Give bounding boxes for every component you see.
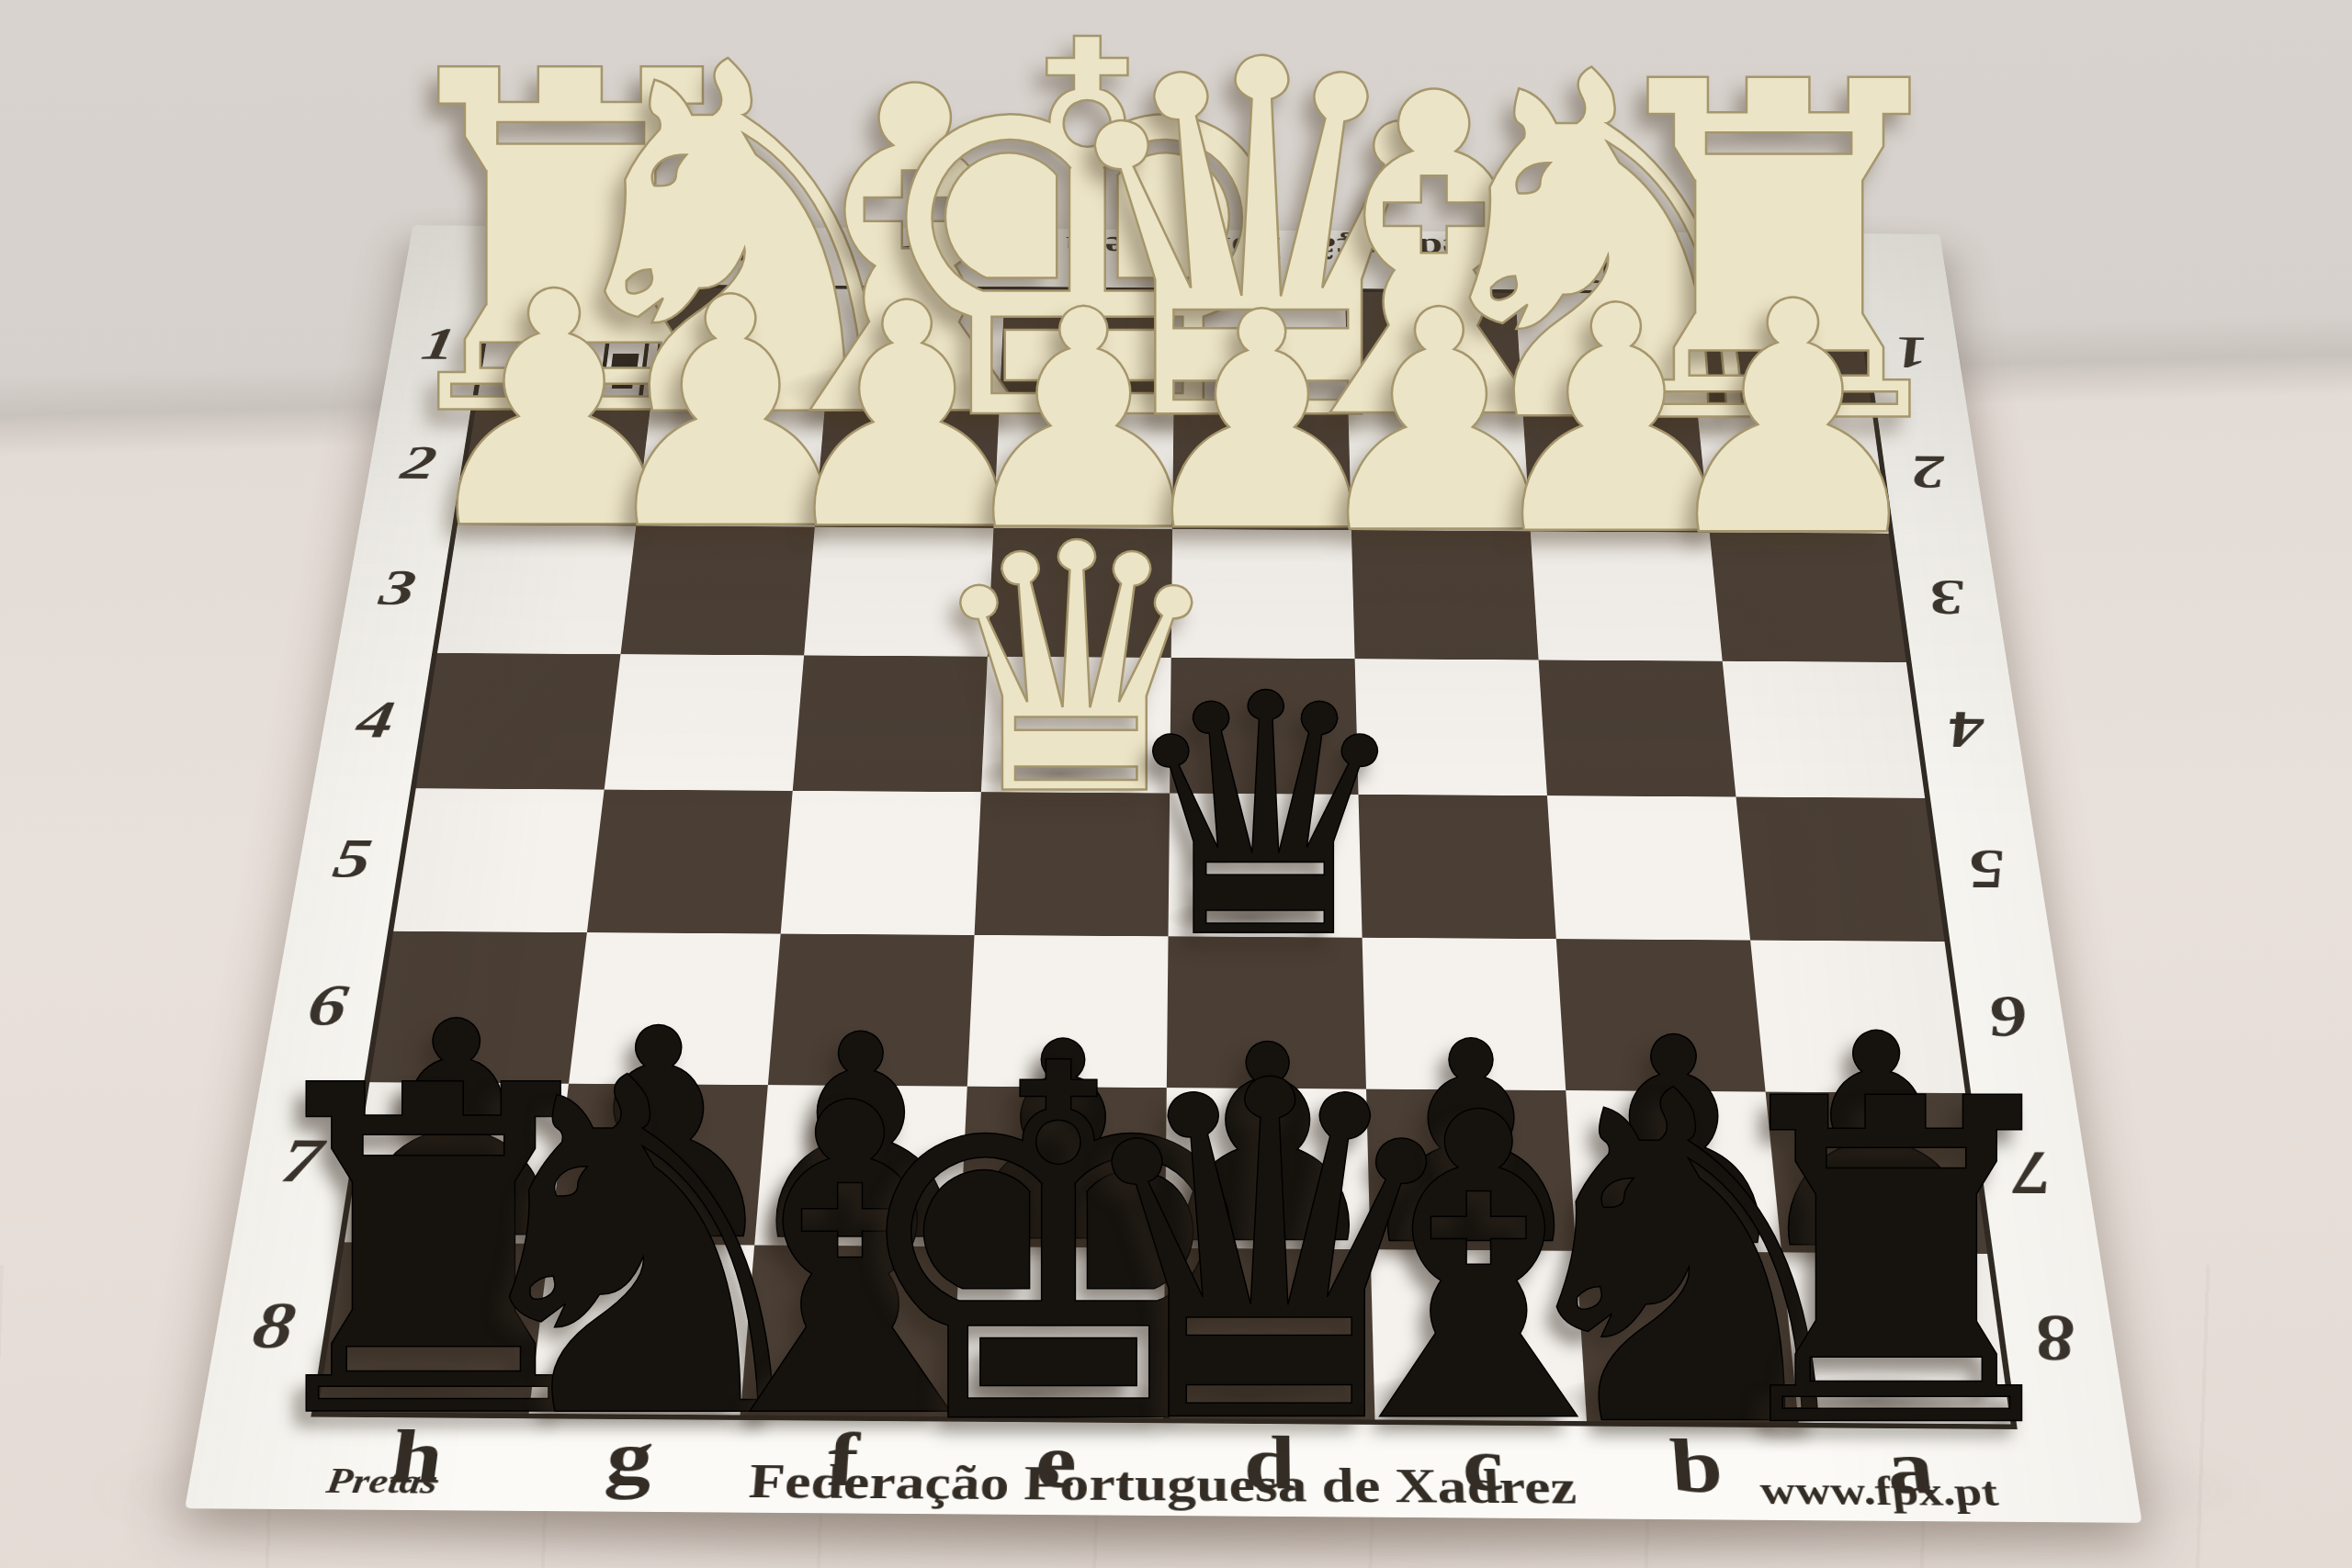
file-label-c: c bbox=[1344, 257, 1515, 296]
vinyl-chess-mat: www.fpx.pt Federação Portuguesa de Xadre… bbox=[185, 225, 2142, 1523]
square-e5 bbox=[975, 792, 1170, 936]
bottom-side-name-label: Pretas bbox=[323, 1461, 440, 1502]
square-d1 bbox=[1174, 291, 1349, 409]
square-e7 bbox=[960, 1087, 1167, 1248]
square-d8 bbox=[1163, 1248, 1374, 1420]
rank-label-2: 2 bbox=[1871, 412, 1986, 535]
file-label-e: e bbox=[1005, 254, 1176, 292]
square-b8 bbox=[1576, 1251, 1798, 1423]
square-a1 bbox=[1686, 294, 1872, 412]
square-c8 bbox=[1371, 1249, 1587, 1421]
top-side-name-label: Brancas bbox=[1732, 238, 1840, 262]
square-c6 bbox=[1363, 938, 1566, 1090]
square-f8 bbox=[741, 1246, 960, 1417]
square-f5 bbox=[781, 791, 981, 935]
board-border-bottom: hgfedcba Pretas Federação Portuguesa de … bbox=[302, 1412, 2024, 1522]
square-f7 bbox=[754, 1085, 967, 1247]
board-border-top: www.fpx.pt Federação Portuguesa de Xadre… bbox=[495, 226, 1856, 295]
square-d3 bbox=[1171, 529, 1355, 659]
fpx-logo-mark bbox=[611, 354, 639, 370]
file-label-a: a bbox=[1682, 259, 1857, 298]
square-g7 bbox=[549, 1084, 768, 1246]
rank-label-5: 5 bbox=[1925, 798, 2051, 942]
square-a5 bbox=[1736, 797, 1944, 942]
square-f4 bbox=[793, 655, 988, 792]
square-b7 bbox=[1566, 1090, 1781, 1252]
bottom-federation-label: Federação Portuguesa de Xadrez bbox=[747, 1452, 1577, 1515]
square-h6 bbox=[369, 931, 587, 1084]
square-d5 bbox=[1169, 794, 1363, 938]
bottom-url-label: www.fpx.pt bbox=[1758, 1467, 2000, 1516]
file-label-b: b bbox=[1513, 258, 1686, 297]
file-label-d: d bbox=[1175, 256, 1345, 295]
square-c2 bbox=[1348, 408, 1530, 531]
square-a4 bbox=[1723, 661, 1925, 798]
square-f2 bbox=[815, 405, 1000, 528]
square-b1 bbox=[1515, 293, 1697, 411]
square-b5 bbox=[1547, 795, 1750, 940]
rank-label-1: 1 bbox=[1856, 295, 1967, 412]
rank-label-6: 6 bbox=[1945, 942, 2075, 1094]
square-d6 bbox=[1167, 936, 1366, 1089]
square-h4 bbox=[416, 653, 621, 790]
square-g4 bbox=[605, 654, 804, 791]
square-a6 bbox=[1750, 941, 1965, 1094]
chess-board-photo: www.fpx.pt Federação Portuguesa de Xadre… bbox=[0, 0, 2352, 1568]
square-h1 bbox=[477, 287, 665, 403]
file-label-h: h bbox=[494, 252, 669, 289]
square-g5 bbox=[587, 790, 793, 934]
chess-grid bbox=[318, 287, 2011, 1424]
fpx-logo-mark bbox=[612, 376, 634, 389]
rank-label-2: 2 bbox=[360, 402, 477, 525]
square-d2 bbox=[1172, 407, 1351, 530]
square-e2 bbox=[993, 406, 1173, 529]
square-a7 bbox=[1766, 1092, 1987, 1254]
square-f3 bbox=[804, 527, 993, 657]
square-b2 bbox=[1522, 409, 1709, 532]
square-e3 bbox=[988, 528, 1172, 658]
square-c7 bbox=[1366, 1089, 1576, 1251]
square-g1 bbox=[650, 288, 834, 404]
rank-label-8: 8 bbox=[1987, 1254, 2127, 1425]
square-e8 bbox=[952, 1247, 1165, 1418]
square-b6 bbox=[1556, 939, 1766, 1091]
square-e4 bbox=[981, 657, 1171, 794]
square-a2 bbox=[1697, 410, 1888, 533]
square-e1 bbox=[1000, 290, 1175, 407]
square-d7 bbox=[1165, 1088, 1371, 1249]
square-a8 bbox=[1781, 1252, 2010, 1424]
square-c5 bbox=[1359, 795, 1556, 939]
square-f1 bbox=[825, 288, 1005, 405]
square-g3 bbox=[620, 525, 814, 655]
square-a3 bbox=[1710, 533, 1906, 662]
rank-label-1: 1 bbox=[381, 287, 495, 403]
square-g2 bbox=[636, 404, 825, 527]
square-c4 bbox=[1355, 659, 1547, 795]
square-h5 bbox=[393, 788, 604, 932]
rank-label-4: 4 bbox=[1906, 662, 2029, 799]
board-3d-wrapper: www.fpx.pt Federação Portuguesa de Xadre… bbox=[185, 225, 2142, 1523]
square-h7 bbox=[345, 1082, 569, 1244]
square-h8 bbox=[318, 1242, 549, 1413]
file-label-f: f bbox=[834, 254, 1006, 291]
square-b4 bbox=[1539, 660, 1736, 796]
rank-label-7: 7 bbox=[1965, 1093, 2100, 1255]
square-f6 bbox=[768, 934, 975, 1087]
square-h3 bbox=[437, 525, 636, 654]
square-e6 bbox=[967, 935, 1169, 1088]
square-g6 bbox=[569, 932, 781, 1085]
rank-label-3: 3 bbox=[1889, 534, 2007, 663]
square-d4 bbox=[1170, 658, 1358, 795]
square-c3 bbox=[1351, 530, 1539, 660]
file-label-g: g bbox=[664, 253, 837, 290]
square-h2 bbox=[458, 403, 650, 526]
square-c1 bbox=[1345, 292, 1522, 410]
file-label-g: g bbox=[518, 1414, 740, 1503]
square-b3 bbox=[1531, 531, 1723, 660]
fpx-logo-box bbox=[598, 292, 656, 400]
square-g8 bbox=[529, 1244, 755, 1416]
